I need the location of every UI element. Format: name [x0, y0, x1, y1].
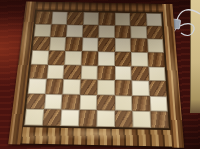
square-a2[interactable]	[26, 94, 45, 110]
square-e3[interactable]	[97, 80, 114, 95]
square-c7[interactable]	[66, 24, 83, 37]
square-e8[interactable]	[99, 12, 115, 25]
square-d7[interactable]	[82, 25, 98, 38]
square-f7[interactable]	[114, 25, 130, 38]
square-g1[interactable]	[132, 111, 150, 128]
square-h2[interactable]	[149, 96, 167, 112]
cable-wire-upper	[177, 10, 200, 20]
square-c8[interactable]	[67, 12, 83, 25]
square-b6[interactable]	[49, 37, 66, 51]
square-h7[interactable]	[146, 26, 163, 39]
square-e6[interactable]	[98, 38, 114, 52]
square-b4[interactable]	[46, 64, 64, 79]
square-f5[interactable]	[114, 52, 131, 66]
square-d4[interactable]	[80, 65, 97, 80]
square-b1[interactable]	[42, 109, 61, 126]
square-c3[interactable]	[62, 79, 80, 94]
square-g2[interactable]	[132, 96, 150, 112]
square-g3[interactable]	[132, 80, 150, 95]
square-b7[interactable]	[50, 24, 67, 37]
square-h5[interactable]	[147, 52, 164, 66]
square-d3[interactable]	[80, 80, 98, 95]
square-d8[interactable]	[83, 12, 99, 25]
square-d6[interactable]	[82, 38, 99, 52]
square-e4[interactable]	[97, 65, 114, 80]
square-h6[interactable]	[147, 39, 164, 53]
square-c5[interactable]	[64, 51, 81, 65]
square-d2[interactable]	[79, 95, 97, 111]
square-a4[interactable]	[29, 64, 47, 79]
square-a3[interactable]	[28, 79, 47, 94]
square-f4[interactable]	[114, 66, 131, 81]
square-d1[interactable]	[78, 110, 96, 127]
square-a6[interactable]	[32, 37, 50, 51]
square-e5[interactable]	[98, 51, 115, 65]
square-c6[interactable]	[65, 37, 82, 51]
square-b2[interactable]	[44, 94, 63, 110]
square-e2[interactable]	[97, 95, 115, 111]
square-g5[interactable]	[131, 52, 148, 66]
cable-wire-loop	[180, 24, 194, 36]
square-a1[interactable]	[24, 109, 43, 126]
play-area	[22, 10, 171, 130]
square-a8[interactable]	[35, 11, 52, 24]
square-b3[interactable]	[45, 79, 63, 94]
square-e1[interactable]	[96, 111, 114, 128]
square-d5[interactable]	[81, 51, 98, 65]
square-a7[interactable]	[34, 24, 51, 37]
square-f3[interactable]	[114, 80, 131, 95]
chess-board	[8, 1, 184, 147]
square-c2[interactable]	[61, 94, 79, 110]
square-f6[interactable]	[114, 38, 130, 52]
square-g4[interactable]	[131, 66, 148, 81]
square-a5[interactable]	[31, 50, 49, 64]
square-c4[interactable]	[63, 65, 81, 80]
square-h8[interactable]	[146, 13, 162, 26]
square-b8[interactable]	[51, 12, 68, 25]
square-e7[interactable]	[98, 25, 114, 38]
square-b5[interactable]	[48, 50, 66, 64]
square-h4[interactable]	[148, 66, 166, 81]
square-g6[interactable]	[131, 39, 148, 53]
square-h1[interactable]	[150, 112, 169, 129]
square-g8[interactable]	[130, 13, 146, 26]
square-f1[interactable]	[114, 111, 132, 128]
square-g7[interactable]	[130, 25, 146, 38]
square-c1[interactable]	[60, 110, 79, 127]
square-f8[interactable]	[114, 13, 130, 26]
square-f2[interactable]	[114, 95, 132, 111]
square-h3[interactable]	[149, 81, 167, 96]
